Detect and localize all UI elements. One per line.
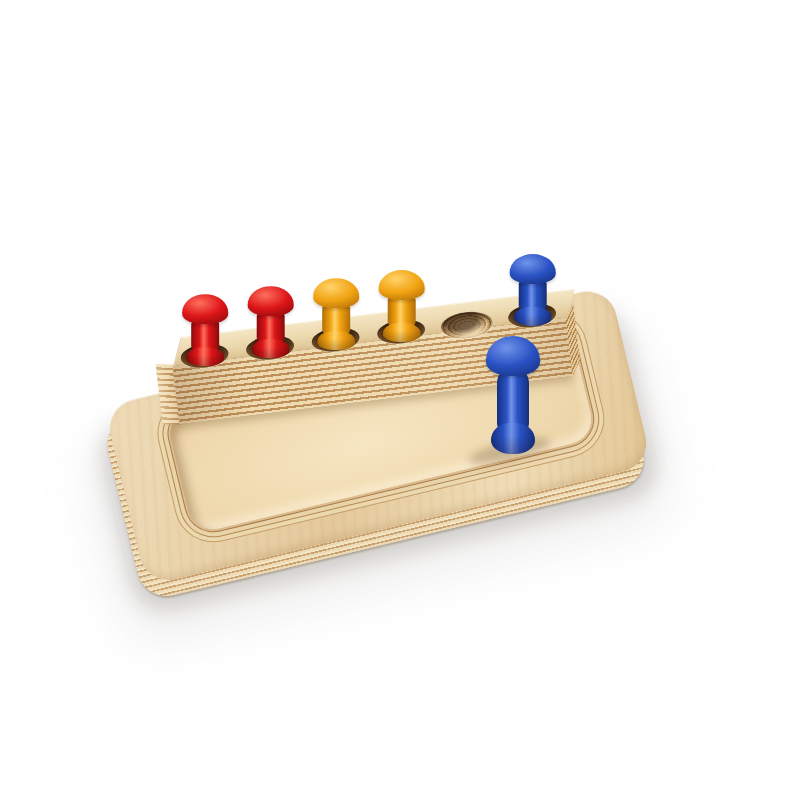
peg-head [379,270,425,300]
peg-slot-1[interactable] [168,320,239,372]
scene [0,0,800,800]
peg-head [313,278,359,308]
peg-base [491,423,535,454]
peg-slot-6[interactable] [496,280,567,332]
loose-peg-mount [486,336,540,454]
peg-head [182,294,228,324]
peg-yellow[interactable] [379,270,425,342]
peg-base [514,307,552,326]
peg-yellow[interactable] [313,278,359,350]
peg-base [252,339,290,358]
peg-blue[interactable] [486,336,540,454]
peg-slot-4[interactable] [365,296,436,348]
peg-slot-2[interactable] [234,312,305,364]
peg-head [248,286,294,316]
peg-head [486,336,540,376]
peg-slot-3[interactable] [299,304,370,356]
peg-head [510,254,556,284]
peg-base [186,348,224,367]
peg-red[interactable] [182,294,228,366]
peg-base [317,331,355,350]
peg-slot-5[interactable] [430,288,501,340]
peg-base [383,323,421,342]
peg-blue[interactable] [510,254,556,326]
peg-red[interactable] [248,286,294,358]
